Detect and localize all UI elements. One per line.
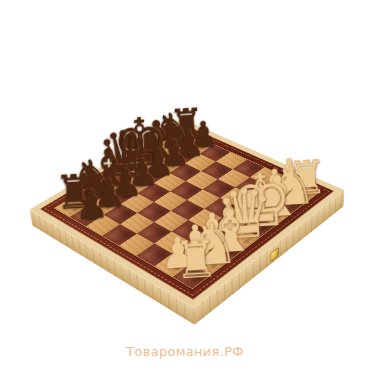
square-a1: ♜ (173, 264, 210, 288)
watermark-caption: Товаромания.РФ (0, 344, 370, 359)
piece-white-rook: ♜ (173, 234, 219, 286)
piece-anchor: ♜ (173, 264, 210, 288)
piece-black-pawn: ♟ (74, 185, 109, 224)
product-photo: ♜♞♝♛♚♝♞♜♟♟♟♟♟♟♟♟♟♟♟♟♟♟♟♟♜♞♝♛♚♝♞♜ Товаром… (0, 0, 370, 370)
